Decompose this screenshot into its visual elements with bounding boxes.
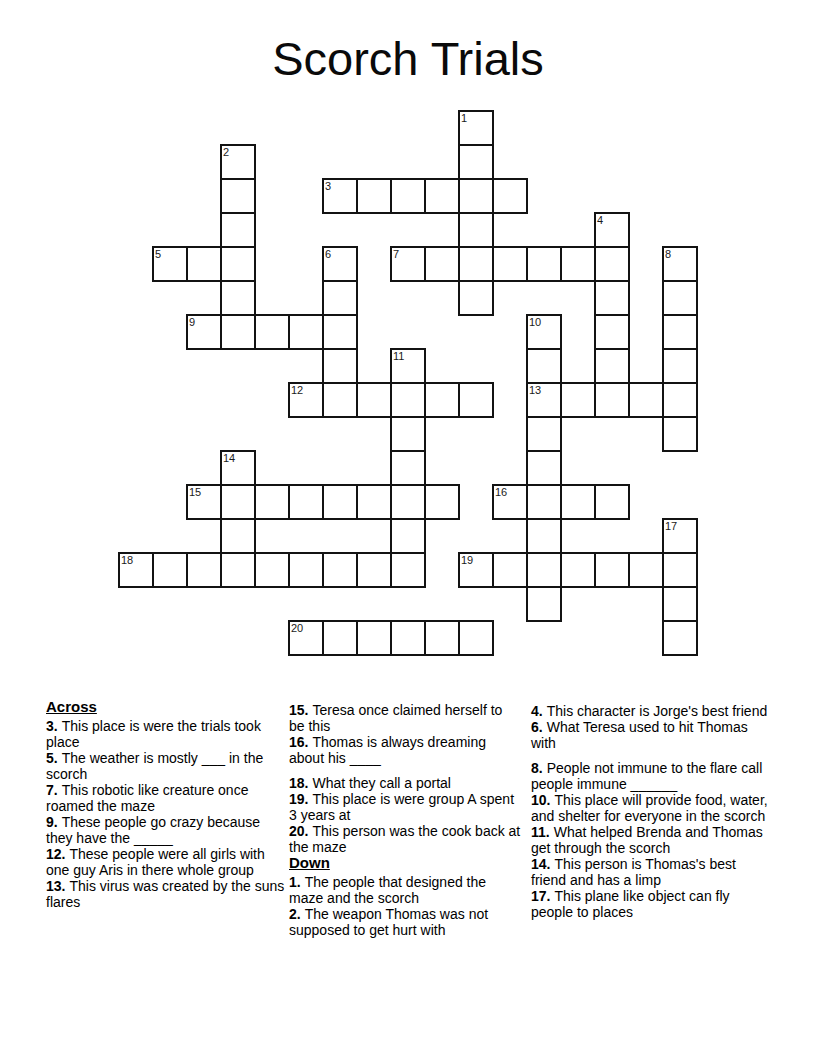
grid-cell-r14c12[interactable]	[526, 586, 562, 622]
grid-cell-r11c8[interactable]	[390, 484, 426, 520]
grid-cell-r13c16[interactable]	[662, 552, 698, 588]
clue-text: What helped Brenda and Thomas get throug…	[531, 824, 763, 856]
cell-number-4: 4	[597, 215, 603, 226]
cell-number-16: 16	[495, 487, 507, 498]
clue-across-9: 9.These people go crazy because they hav…	[46, 814, 286, 846]
clue-number: 1.	[289, 874, 301, 890]
clue-across-7: 7.This robotic like creature once roamed…	[46, 782, 286, 814]
grid-cell-r2c3[interactable]	[220, 178, 256, 214]
grid-cell-r13c7[interactable]	[356, 552, 392, 588]
grid-cell-r6c6[interactable]	[322, 314, 358, 350]
clue-number: 17.	[531, 888, 550, 904]
grid-cell-r13c2[interactable]	[186, 552, 222, 588]
grid-cell-r13c1[interactable]	[152, 552, 188, 588]
grid-cell-r15c7[interactable]	[356, 620, 392, 656]
grid-cell-r13c14[interactable]	[594, 552, 630, 588]
across-header: Across	[46, 699, 286, 715]
clue-column-1: Across3.This place is were the trials to…	[46, 699, 286, 910]
grid-cell-r13c4[interactable]	[254, 552, 290, 588]
grid-cell-r13c6[interactable]	[322, 552, 358, 588]
clue-text: What Teresa used to hit Thomas with	[531, 719, 748, 751]
grid-cell-r11c4[interactable]	[254, 484, 290, 520]
grid-cell-r5c14[interactable]	[594, 280, 630, 316]
down-header: Down	[289, 855, 521, 871]
clue-text: This person is Thomas's best friend and …	[531, 856, 736, 888]
clue-text: These people were all girls with one guy…	[46, 846, 265, 878]
grid-cell-r8c15[interactable]	[628, 382, 664, 418]
puzzle-title: Scorch Trials	[0, 33, 816, 85]
clue-text: The people that designed the maze and th…	[289, 874, 486, 906]
clue-across-3: 3.This place is were the trials took pla…	[46, 718, 286, 750]
grid-cell-r8c13[interactable]	[560, 382, 596, 418]
grid-cell-r11c14[interactable]	[594, 484, 630, 520]
grid-cell-r4c2[interactable]	[186, 246, 222, 282]
clue-across-18: 18.What they call a portal	[289, 775, 521, 791]
grid-cell-r13c12[interactable]	[526, 552, 562, 588]
grid-cell-r13c15[interactable]	[628, 552, 664, 588]
grid-cell-r10c12[interactable]	[526, 450, 562, 486]
grid-cell-r13c5[interactable]	[288, 552, 324, 588]
grid-cell-r7c6[interactable]	[322, 348, 358, 384]
clue-number: 8.	[531, 760, 543, 776]
grid-cell-r4c3[interactable]	[220, 246, 256, 282]
clue-across-5: 5.The weather is mostly ___ in the scorc…	[46, 750, 286, 782]
clue-down-10: 10.This place will provide food, water, …	[531, 792, 769, 824]
clue-column-2: 15.Teresa once claimed herself to be thi…	[289, 702, 521, 938]
grid-cell-r15c6[interactable]	[322, 620, 358, 656]
grid-cell-r12c12[interactable]	[526, 518, 562, 554]
grid-cell-r8c14[interactable]	[594, 382, 630, 418]
clue-text: What they call a portal	[312, 775, 451, 791]
clue-number: 15.	[289, 702, 308, 718]
grid-cell-r6c3[interactable]	[220, 314, 256, 350]
grid-cell-r5c3[interactable]	[220, 280, 256, 316]
cell-number-19: 19	[461, 555, 473, 566]
clue-down-2: 2.The weapon Thomas was not supposed to …	[289, 906, 521, 938]
clue-column-3: 4.This character is Jorge's best friend6…	[531, 703, 769, 920]
grid-cell-r9c12[interactable]	[526, 416, 562, 452]
clue-number: 13.	[46, 878, 65, 894]
cell-number-6: 6	[325, 249, 331, 260]
clue-down-8: 8.People not immune to the flare call pe…	[531, 760, 769, 792]
clue-number: 19.	[289, 791, 308, 807]
grid-cell-r5c10[interactable]	[458, 280, 494, 316]
clue-across-16: 16.Thomas is always dreaming about his _…	[289, 734, 521, 766]
clue-text: This place will provide food, water, and…	[531, 792, 768, 824]
cell-number-3: 3	[325, 181, 331, 192]
grid-cell-r9c16[interactable]	[662, 416, 698, 452]
clue-number: 2.	[289, 906, 301, 922]
clue-text: The weather is mostly ___ in the scorch	[46, 750, 263, 782]
clue-across-20: 20.This person was the cook back at the …	[289, 823, 521, 855]
clue-number: 6.	[531, 719, 543, 735]
clue-down-4: 4.This character is Jorge's best friend	[531, 703, 769, 719]
clue-text: This robotic like creature once roamed t…	[46, 782, 248, 814]
clue-number: 16.	[289, 734, 308, 750]
clue-number: 11.	[531, 824, 550, 840]
grid-cell-r8c10[interactable]	[458, 382, 494, 418]
grid-cell-r12c3[interactable]	[220, 518, 256, 554]
clue-down-1: 1.The people that designed the maze and …	[289, 874, 521, 906]
cell-number-15: 15	[189, 487, 201, 498]
clue-text: This person was the cook back at the maz…	[289, 823, 520, 855]
grid-cell-r8c7[interactable]	[356, 382, 392, 418]
grid-cell-r13c13[interactable]	[560, 552, 596, 588]
clue-number: 20.	[289, 823, 308, 839]
grid-cell-r4c11[interactable]	[492, 246, 528, 282]
cell-number-12: 12	[291, 385, 303, 396]
grid-cell-r15c9[interactable]	[424, 620, 460, 656]
crossword-worksheet-page: { "game": "crossword", "title": "Scorch …	[0, 0, 816, 1056]
cell-number-5: 5	[155, 249, 161, 260]
clue-text: These people go crazy because they have …	[46, 814, 260, 846]
clue-number: 4.	[531, 703, 543, 719]
grid-cell-r7c16[interactable]	[662, 348, 698, 384]
grid-cell-r6c14[interactable]	[594, 314, 630, 350]
crossword-grid: 1234567891011121314151617181920	[118, 110, 700, 658]
cell-number-8: 8	[665, 249, 671, 260]
grid-cell-r5c6[interactable]	[322, 280, 358, 316]
grid-cell-r8c16[interactable]	[662, 382, 698, 418]
clue-text: This character is Jorge's best friend	[547, 703, 768, 719]
grid-cell-r11c5[interactable]	[288, 484, 324, 520]
grid-cell-r6c16[interactable]	[662, 314, 698, 350]
clue-number: 9.	[46, 814, 58, 830]
grid-cell-r2c9[interactable]	[424, 178, 460, 214]
cell-number-18: 18	[121, 555, 133, 566]
clue-across-13: 13.This virus was created by the suns fl…	[46, 878, 286, 910]
clue-down-6: 6.What Teresa used to hit Thomas with	[531, 719, 769, 751]
grid-cell-r2c8[interactable]	[390, 178, 426, 214]
grid-cell-r4c10[interactable]	[458, 246, 494, 282]
grid-cell-r10c8[interactable]	[390, 450, 426, 486]
grid-cell-r14c16[interactable]	[662, 586, 698, 622]
grid-cell-r2c7[interactable]	[356, 178, 392, 214]
grid-cell-r15c8[interactable]	[390, 620, 426, 656]
cell-number-2: 2	[223, 147, 229, 158]
cell-number-11: 11	[393, 351, 404, 362]
clue-number: 7.	[46, 782, 58, 798]
clue-text: Thomas is always dreaming about his ____	[289, 734, 486, 766]
clue-number: 10.	[531, 792, 550, 808]
grid-cell-r13c11[interactable]	[492, 552, 528, 588]
clue-down-11: 11.What helped Brenda and Thomas get thr…	[531, 824, 769, 856]
clue-number: 18.	[289, 775, 308, 791]
clue-across-15: 15.Teresa once claimed herself to be thi…	[289, 702, 521, 734]
clue-number: 5.	[46, 750, 58, 766]
grid-cell-r4c9[interactable]	[424, 246, 460, 282]
clue-number: 12.	[46, 846, 65, 862]
cell-number-7: 7	[393, 249, 399, 260]
cell-number-10: 10	[529, 317, 541, 328]
grid-cell-r3c10[interactable]	[458, 212, 494, 248]
clue-down-17: 17.This plane like object can fly people…	[531, 888, 769, 920]
cell-number-17: 17	[665, 521, 677, 532]
grid-cell-r11c13[interactable]	[560, 484, 596, 520]
grid-cell-r13c8[interactable]	[390, 552, 426, 588]
grid-cell-r4c12[interactable]	[526, 246, 562, 282]
grid-cell-r2c11[interactable]	[492, 178, 528, 214]
clue-text: This place is were the trials took place	[46, 718, 261, 750]
grid-cell-r11c12[interactable]	[526, 484, 562, 520]
clue-across-12: 12.These people were all girls with one …	[46, 846, 286, 878]
grid-cell-r8c9[interactable]	[424, 382, 460, 418]
grid-cell-r7c12[interactable]	[526, 348, 562, 384]
clue-number: 14.	[531, 856, 550, 872]
clue-text: Teresa once claimed herself to be this	[289, 702, 502, 734]
grid-cell-r13c3[interactable]	[220, 552, 256, 588]
cell-number-1: 1	[461, 113, 467, 124]
grid-cell-r11c3[interactable]	[220, 484, 256, 520]
cell-number-14: 14	[223, 453, 235, 464]
grid-cell-r6c5[interactable]	[288, 314, 324, 350]
cell-number-20: 20	[291, 623, 303, 634]
clue-text: This place is were group A spent 3 years…	[289, 791, 514, 823]
clue-text: This virus was created by the suns flare…	[46, 878, 284, 910]
grid-cell-r9c8[interactable]	[390, 416, 426, 452]
grid-cell-r8c8[interactable]	[390, 382, 426, 418]
grid-cell-r11c9[interactable]	[424, 484, 460, 520]
grid-cell-r8c6[interactable]	[322, 382, 358, 418]
clue-text: People not immune to the flare call peop…	[531, 760, 762, 792]
grid-cell-r5c16[interactable]	[662, 280, 698, 316]
grid-cell-r1c10[interactable]	[458, 144, 494, 180]
clue-number: 3.	[46, 718, 58, 734]
grid-cell-r12c8[interactable]	[390, 518, 426, 554]
grid-cell-r7c14[interactable]	[594, 348, 630, 384]
grid-cell-r15c16[interactable]	[662, 620, 698, 656]
grid-cell-r3c3[interactable]	[220, 212, 256, 248]
grid-cell-r4c14[interactable]	[594, 246, 630, 282]
clue-text: This plane like object can fly people to…	[531, 888, 730, 920]
grid-cell-r15c10[interactable]	[458, 620, 494, 656]
grid-cell-r11c7[interactable]	[356, 484, 392, 520]
cell-number-9: 9	[189, 317, 195, 328]
clue-text: The weapon Thomas was not supposed to ge…	[289, 906, 488, 938]
grid-cell-r11c6[interactable]	[322, 484, 358, 520]
grid-cell-r2c10[interactable]	[458, 178, 494, 214]
cell-number-13: 13	[529, 385, 541, 396]
grid-cell-r4c13[interactable]	[560, 246, 596, 282]
clue-down-14: 14.This person is Thomas's best friend a…	[531, 856, 769, 888]
clue-across-19: 19.This place is were group A spent 3 ye…	[289, 791, 521, 823]
grid-cell-r6c4[interactable]	[254, 314, 290, 350]
